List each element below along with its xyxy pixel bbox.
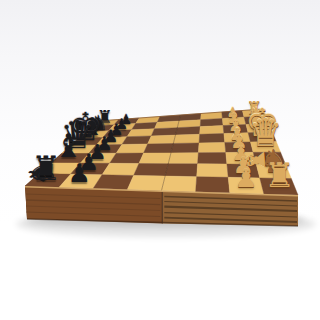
square-e2 [224,133,251,143]
square-e3 [199,133,225,142]
square-c2 [226,152,256,164]
square-f3 [200,126,224,135]
square-g4 [177,120,200,128]
board-scene [0,0,320,320]
square-c3 [198,153,227,165]
chess-set-photo: ♜♟♟♜♞♟♟♞♝♟♟♝♚♟♟♚♛♟♟♛♝♟♟♝♞♟♟♞♜♟♟♜ [0,0,320,320]
square-c4 [168,153,198,164]
square-d1 [250,141,280,152]
square-d4 [171,143,199,153]
square-a4 [162,176,197,192]
square-f4 [175,127,200,135]
square-c1 [253,152,285,164]
square-b2 [227,164,260,178]
square-b1 [256,164,291,178]
square-g1 [244,116,269,125]
square-b3 [197,164,229,177]
square-c5 [139,153,171,164]
square-f1 [246,123,272,132]
square-b4 [165,164,197,177]
square-f2 [223,124,248,133]
square-d5 [144,143,174,153]
box-front-left-panel [25,186,162,224]
square-a5 [127,175,165,190]
square-b5 [134,163,169,176]
square-e4 [173,134,199,143]
square-f5 [151,128,177,136]
square-a3 [196,177,230,193]
square-g2 [222,117,246,125]
square-e1 [248,132,276,142]
board-squares [25,109,298,195]
square-g3 [200,118,223,126]
square-e5 [148,135,176,144]
square-d3 [198,142,225,152]
square-a1 [260,178,298,195]
square-d2 [225,142,253,153]
square-a2 [228,177,264,194]
